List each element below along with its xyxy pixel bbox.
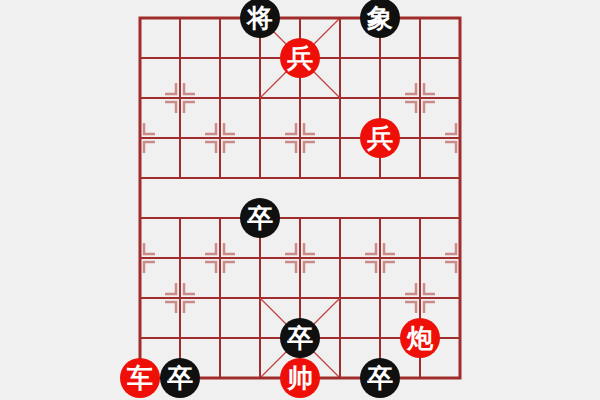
piece-black-soldier[interactable]: 卒 — [280, 318, 320, 358]
xiangqi-board: 将象兵兵卒卒炮车卒帅卒 — [0, 0, 600, 400]
piece-black-soldier[interactable]: 卒 — [360, 358, 400, 398]
piece-black-general[interactable]: 将 — [240, 0, 280, 38]
piece-red-chariot[interactable]: 车 — [120, 358, 160, 398]
piece-red-soldier[interactable]: 兵 — [280, 38, 320, 78]
piece-red-soldier[interactable]: 兵 — [360, 118, 400, 158]
piece-red-general[interactable]: 帅 — [280, 358, 320, 398]
piece-red-cannon[interactable]: 炮 — [400, 318, 440, 358]
piece-black-soldier[interactable]: 卒 — [240, 198, 280, 238]
pieces-layer: 将象兵兵卒卒炮车卒帅卒 — [120, 0, 480, 398]
piece-black-elephant[interactable]: 象 — [360, 0, 400, 38]
piece-black-soldier[interactable]: 卒 — [160, 358, 200, 398]
